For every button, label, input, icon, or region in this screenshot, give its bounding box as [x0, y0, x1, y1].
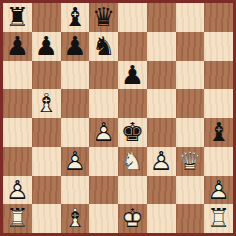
square-b6[interactable] — [32, 61, 61, 90]
square-d8[interactable]: ♛ — [89, 3, 118, 32]
white-pawn[interactable]: ♟♙ — [147, 147, 176, 176]
square-c8[interactable]: ♝ — [61, 3, 90, 32]
square-f4[interactable] — [147, 118, 176, 147]
square-g8[interactable] — [176, 3, 205, 32]
chess-board-frame: ♜♝♛♟♟♟♞♟♝♗♟♙♚♝♟♙♞♘♟♙♛♕♟♙♟♙♜♖♝♗♚♔♜♖ — [0, 0, 236, 236]
piece-outline-glyph: ♘ — [118, 147, 147, 176]
piece-glyph: ♛ — [89, 3, 118, 32]
square-c6[interactable] — [61, 61, 90, 90]
black-king[interactable]: ♚ — [118, 118, 147, 147]
chess-board: ♜♝♛♟♟♟♞♟♝♗♟♙♚♝♟♙♞♘♟♙♛♕♟♙♟♙♜♖♝♗♚♔♜♖ — [3, 3, 233, 233]
black-pawn[interactable]: ♟ — [118, 61, 147, 90]
white-bishop[interactable]: ♝♗ — [61, 204, 90, 233]
piece-glyph: ♞ — [89, 32, 118, 61]
piece-outline-glyph: ♙ — [89, 118, 118, 147]
piece-outline-glyph: ♔ — [118, 204, 147, 233]
white-rook[interactable]: ♜♖ — [3, 204, 32, 233]
piece-glyph: ♟ — [32, 32, 61, 61]
square-c5[interactable] — [61, 89, 90, 118]
square-b5[interactable]: ♝♗ — [32, 89, 61, 118]
square-a1[interactable]: ♜♖ — [3, 204, 32, 233]
square-b1[interactable] — [32, 204, 61, 233]
square-d2[interactable] — [89, 176, 118, 205]
white-pawn[interactable]: ♟♙ — [204, 176, 233, 205]
square-b8[interactable] — [32, 3, 61, 32]
piece-glyph: ♟ — [118, 61, 147, 90]
piece-glyph: ♟ — [61, 32, 90, 61]
square-b2[interactable] — [32, 176, 61, 205]
square-c4[interactable] — [61, 118, 90, 147]
black-queen[interactable]: ♛ — [89, 3, 118, 32]
square-f7[interactable] — [147, 32, 176, 61]
piece-glyph: ♜ — [3, 3, 32, 32]
square-d1[interactable] — [89, 204, 118, 233]
black-bishop[interactable]: ♝ — [204, 118, 233, 147]
square-g7[interactable] — [176, 32, 205, 61]
square-b7[interactable]: ♟ — [32, 32, 61, 61]
square-h7[interactable] — [204, 32, 233, 61]
piece-outline-glyph: ♕ — [176, 147, 205, 176]
square-d5[interactable] — [89, 89, 118, 118]
piece-outline-glyph: ♖ — [204, 204, 233, 233]
square-e4[interactable]: ♚ — [118, 118, 147, 147]
square-e6[interactable]: ♟ — [118, 61, 147, 90]
square-a5[interactable] — [3, 89, 32, 118]
square-h3[interactable] — [204, 147, 233, 176]
piece-glyph: ♚ — [118, 118, 147, 147]
square-g6[interactable] — [176, 61, 205, 90]
square-g4[interactable] — [176, 118, 205, 147]
piece-outline-glyph: ♙ — [61, 147, 90, 176]
square-c2[interactable] — [61, 176, 90, 205]
square-a6[interactable] — [3, 61, 32, 90]
square-g2[interactable] — [176, 176, 205, 205]
square-f5[interactable] — [147, 89, 176, 118]
square-e1[interactable]: ♚♔ — [118, 204, 147, 233]
square-h2[interactable]: ♟♙ — [204, 176, 233, 205]
square-g1[interactable] — [176, 204, 205, 233]
square-e5[interactable] — [118, 89, 147, 118]
white-pawn[interactable]: ♟♙ — [3, 176, 32, 205]
square-h8[interactable] — [204, 3, 233, 32]
square-f3[interactable]: ♟♙ — [147, 147, 176, 176]
square-a2[interactable]: ♟♙ — [3, 176, 32, 205]
black-pawn[interactable]: ♟ — [61, 32, 90, 61]
piece-outline-glyph: ♙ — [3, 176, 32, 205]
white-bishop[interactable]: ♝♗ — [32, 89, 61, 118]
piece-glyph: ♝ — [204, 118, 233, 147]
black-rook[interactable]: ♜ — [3, 3, 32, 32]
square-f6[interactable] — [147, 61, 176, 90]
black-pawn[interactable]: ♟ — [32, 32, 61, 61]
piece-outline-glyph: ♗ — [32, 89, 61, 118]
square-b3[interactable] — [32, 147, 61, 176]
square-h6[interactable] — [204, 61, 233, 90]
black-pawn[interactable]: ♟ — [3, 32, 32, 61]
square-g3[interactable]: ♛♕ — [176, 147, 205, 176]
square-h1[interactable]: ♜♖ — [204, 204, 233, 233]
black-knight[interactable]: ♞ — [89, 32, 118, 61]
square-a4[interactable] — [3, 118, 32, 147]
square-c3[interactable]: ♟♙ — [61, 147, 90, 176]
square-e7[interactable] — [118, 32, 147, 61]
square-c7[interactable]: ♟ — [61, 32, 90, 61]
white-rook[interactable]: ♜♖ — [204, 204, 233, 233]
piece-outline-glyph: ♙ — [147, 147, 176, 176]
square-e3[interactable]: ♞♘ — [118, 147, 147, 176]
black-bishop[interactable]: ♝ — [61, 3, 90, 32]
square-c1[interactable]: ♝♗ — [61, 204, 90, 233]
square-d7[interactable]: ♞ — [89, 32, 118, 61]
square-h5[interactable] — [204, 89, 233, 118]
white-king[interactable]: ♚♔ — [118, 204, 147, 233]
square-b4[interactable] — [32, 118, 61, 147]
white-queen[interactable]: ♛♕ — [176, 147, 205, 176]
square-f8[interactable] — [147, 3, 176, 32]
square-d3[interactable] — [89, 147, 118, 176]
square-e8[interactable] — [118, 3, 147, 32]
square-g5[interactable] — [176, 89, 205, 118]
piece-outline-glyph: ♗ — [61, 204, 90, 233]
piece-outline-glyph: ♖ — [3, 204, 32, 233]
white-knight[interactable]: ♞♘ — [118, 147, 147, 176]
square-e2[interactable] — [118, 176, 147, 205]
white-pawn[interactable]: ♟♙ — [89, 118, 118, 147]
piece-glyph: ♝ — [61, 3, 90, 32]
square-a3[interactable] — [3, 147, 32, 176]
square-h4[interactable]: ♝ — [204, 118, 233, 147]
square-f2[interactable] — [147, 176, 176, 205]
square-d6[interactable] — [89, 61, 118, 90]
square-a8[interactable]: ♜ — [3, 3, 32, 32]
square-f1[interactable] — [147, 204, 176, 233]
white-pawn[interactable]: ♟♙ — [61, 147, 90, 176]
square-d4[interactable]: ♟♙ — [89, 118, 118, 147]
piece-outline-glyph: ♙ — [204, 176, 233, 205]
square-a7[interactable]: ♟ — [3, 32, 32, 61]
piece-glyph: ♟ — [3, 32, 32, 61]
